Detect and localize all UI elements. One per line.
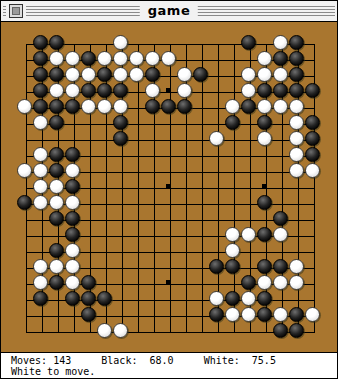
- black-stone: [305, 131, 320, 146]
- status-scores: Moves: 143 Black: 68.0 White: 75.5: [1, 353, 338, 366]
- white-stone: [225, 307, 240, 322]
- white-stone: [241, 67, 256, 82]
- black-stone: [241, 99, 256, 114]
- black-stone: [161, 99, 176, 114]
- white-stone: [49, 51, 64, 66]
- white-stone: [129, 51, 144, 66]
- black-stone: [273, 323, 288, 338]
- black-stone: [193, 67, 208, 82]
- white-stone: [65, 51, 80, 66]
- white-stone: [33, 275, 48, 290]
- black-stone: [49, 275, 64, 290]
- black-stone: [81, 275, 96, 290]
- black-stone: [17, 195, 32, 210]
- status-bar: Moves: 143 Black: 68.0 White: 75.5 White…: [1, 352, 338, 378]
- white-stone: [113, 323, 128, 338]
- white-stone: [65, 243, 80, 258]
- black-stone: [241, 275, 256, 290]
- white-stone: [81, 67, 96, 82]
- black-stone: [65, 99, 80, 114]
- white-stone: [65, 275, 80, 290]
- black-stone: [145, 99, 160, 114]
- white-stone: [289, 115, 304, 130]
- white-stone: [305, 307, 320, 322]
- black-stone: [257, 83, 272, 98]
- black-stone: [289, 83, 304, 98]
- black-stone: [81, 83, 96, 98]
- window-title: game: [140, 1, 198, 21]
- white-stone: [145, 51, 160, 66]
- white-stone: [257, 99, 272, 114]
- black-stone: [81, 51, 96, 66]
- black-stone: [49, 163, 64, 178]
- black-stone: [305, 83, 320, 98]
- black-stone: [49, 243, 64, 258]
- white-stone: [241, 83, 256, 98]
- white-stone: [273, 35, 288, 50]
- white-stone: [177, 83, 192, 98]
- black-stone: [33, 67, 48, 82]
- black-stone: [289, 51, 304, 66]
- black-stone: [273, 83, 288, 98]
- white-stone: [289, 275, 304, 290]
- white-stone: [33, 259, 48, 274]
- white-stone: [273, 227, 288, 242]
- game-window: game Moves: 143 Black: 68.0 White: 75.5 …: [0, 0, 338, 379]
- black-stone: [49, 67, 64, 82]
- white-stone: [33, 195, 48, 210]
- black-stone: [33, 83, 48, 98]
- white-stone: [97, 99, 112, 114]
- white-stone: [273, 67, 288, 82]
- black-stone: [209, 259, 224, 274]
- white-stone: [305, 163, 320, 178]
- white-stone: [257, 131, 272, 146]
- white-stone: [257, 51, 272, 66]
- white-stone: [33, 147, 48, 162]
- white-stone: [65, 163, 80, 178]
- white-stone: [49, 195, 64, 210]
- black-stone: [65, 179, 80, 194]
- status-to-move: White to move.: [1, 366, 338, 377]
- white-stone: [225, 243, 240, 258]
- black-stone: [225, 259, 240, 274]
- white-stone: [17, 99, 32, 114]
- black-stone: [257, 227, 272, 242]
- hoshi-point: [166, 88, 171, 93]
- black-stone: [225, 291, 240, 306]
- white-stone: [289, 131, 304, 146]
- black-stone: [177, 99, 192, 114]
- black-stone: [97, 83, 112, 98]
- white-stone: [289, 99, 304, 114]
- black-stone: [305, 147, 320, 162]
- black-stone: [289, 307, 304, 322]
- white-stone: [97, 51, 112, 66]
- black-stone: [33, 99, 48, 114]
- black-stone: [113, 83, 128, 98]
- black-stone: [65, 211, 80, 226]
- black-stone: [49, 35, 64, 50]
- white-stone: [161, 51, 176, 66]
- black-stone: [257, 307, 272, 322]
- white-stone: [49, 83, 64, 98]
- hoshi-point: [166, 280, 171, 285]
- white-stone: [257, 67, 272, 82]
- white-stone: [65, 259, 80, 274]
- white-stone: [129, 67, 144, 82]
- black-stone: [257, 195, 272, 210]
- black-stone: [81, 291, 96, 306]
- white-stone: [241, 227, 256, 242]
- black-stone: [49, 99, 64, 114]
- white-stone: [17, 163, 32, 178]
- black-stone: [145, 67, 160, 82]
- white-stone: [65, 67, 80, 82]
- white-stone: [65, 195, 80, 210]
- black-stone: [273, 259, 288, 274]
- white-stone: [33, 163, 48, 178]
- black-stone: [49, 115, 64, 130]
- black-stone: [65, 147, 80, 162]
- white-stone: [49, 259, 64, 274]
- white-stone: [241, 307, 256, 322]
- black-stone: [97, 291, 112, 306]
- black-stone: [65, 227, 80, 242]
- white-stone: [289, 259, 304, 274]
- black-stone: [113, 115, 128, 130]
- white-stone: [225, 99, 240, 114]
- black-stone: [81, 307, 96, 322]
- go-board[interactable]: [1, 23, 338, 353]
- black-stone: [273, 51, 288, 66]
- close-box-area: [6, 3, 26, 19]
- white-stone: [113, 99, 128, 114]
- black-stone: [257, 259, 272, 274]
- white-stone: [177, 67, 192, 82]
- black-stone: [97, 67, 112, 82]
- black-stone: [65, 291, 80, 306]
- white-stone: [113, 67, 128, 82]
- white-stone: [33, 179, 48, 194]
- white-stone: [81, 99, 96, 114]
- black-stone: [273, 211, 288, 226]
- black-stone: [225, 115, 240, 130]
- black-stone: [33, 35, 48, 50]
- title-bar[interactable]: game: [1, 1, 337, 22]
- black-stone: [305, 115, 320, 130]
- black-stone: [209, 307, 224, 322]
- white-stone: [209, 131, 224, 146]
- white-stone: [257, 275, 272, 290]
- hoshi-point: [262, 184, 267, 189]
- black-stone: [289, 67, 304, 82]
- white-stone: [241, 291, 256, 306]
- white-stone: [33, 115, 48, 130]
- black-stone: [113, 131, 128, 146]
- black-stone: [257, 291, 272, 306]
- white-stone: [113, 51, 128, 66]
- white-stone: [113, 35, 128, 50]
- white-stone: [145, 83, 160, 98]
- black-stone: [33, 291, 48, 306]
- white-stone: [97, 323, 112, 338]
- white-stone: [49, 179, 64, 194]
- close-box-icon[interactable]: [9, 4, 23, 18]
- black-stone: [241, 35, 256, 50]
- white-stone: [273, 275, 288, 290]
- black-stone: [257, 115, 272, 130]
- white-stone: [289, 163, 304, 178]
- white-stone: [273, 307, 288, 322]
- hoshi-point: [166, 184, 171, 189]
- white-stone: [209, 291, 224, 306]
- black-stone: [49, 211, 64, 226]
- white-stone: [273, 99, 288, 114]
- black-stone: [49, 147, 64, 162]
- white-stone: [289, 147, 304, 162]
- white-stone: [65, 83, 80, 98]
- black-stone: [33, 51, 48, 66]
- white-stone: [225, 227, 240, 242]
- black-stone: [289, 323, 304, 338]
- black-stone: [289, 35, 304, 50]
